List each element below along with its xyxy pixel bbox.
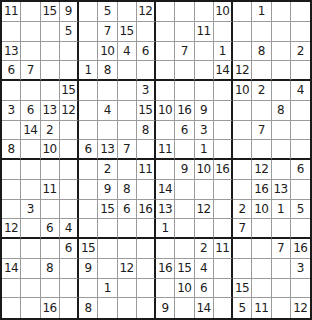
cell-r4c16[interactable] xyxy=(291,61,310,81)
cell-r15c10: 10 xyxy=(175,279,194,299)
cell-r1c12: 10 xyxy=(214,2,233,22)
cell-r1c1: 11 xyxy=(2,2,21,22)
cell-r5c5[interactable] xyxy=(79,81,98,101)
cell-r13c12: 11 xyxy=(214,239,233,259)
cell-r15c1[interactable] xyxy=(2,279,21,299)
cell-r9c7[interactable] xyxy=(118,160,137,180)
cell-r4c15[interactable] xyxy=(272,61,291,81)
cell-r10c14: 16 xyxy=(252,180,271,200)
cell-r14c16: 3 xyxy=(291,259,310,279)
cell-r13c9[interactable] xyxy=(156,239,175,259)
cell-r11c13: 2 xyxy=(233,200,252,220)
cell-r1c13[interactable] xyxy=(233,2,252,22)
cell-r8c5: 6 xyxy=(79,140,98,160)
cell-r11c2: 3 xyxy=(21,200,40,220)
cell-r5c6[interactable] xyxy=(98,81,117,101)
cell-r11c14: 10 xyxy=(252,200,271,220)
cell-r6c11: 9 xyxy=(195,101,214,121)
cell-r2c3[interactable] xyxy=(41,22,60,42)
cell-r4c11[interactable] xyxy=(195,61,214,81)
cell-r6c10: 16 xyxy=(175,101,194,121)
cell-r15c7[interactable] xyxy=(118,279,137,299)
cell-r16c12[interactable] xyxy=(214,298,233,318)
cell-r1c2[interactable] xyxy=(21,2,40,22)
cell-r8c6: 13 xyxy=(98,140,117,160)
cell-r4c4[interactable] xyxy=(60,61,79,81)
cell-r11c6: 15 xyxy=(98,200,117,220)
cell-r9c14: 12 xyxy=(252,160,271,180)
cell-r14c3: 8 xyxy=(41,259,60,279)
cell-r9c11: 10 xyxy=(195,160,214,180)
cell-r15c12[interactable] xyxy=(214,279,233,299)
cell-r10c12[interactable] xyxy=(214,180,233,200)
cell-r12c9: 1 xyxy=(156,219,175,239)
cell-r6c12[interactable] xyxy=(214,101,233,121)
cell-r6c2: 6 xyxy=(21,101,40,121)
cell-r11c9: 13 xyxy=(156,200,175,220)
cell-r9c13[interactable] xyxy=(233,160,252,180)
cell-r4c12: 14 xyxy=(214,61,233,81)
cell-r4c8[interactable] xyxy=(137,61,156,81)
cell-r10c11[interactable] xyxy=(195,180,214,200)
cell-r2c10[interactable] xyxy=(175,22,194,42)
cell-r13c6[interactable] xyxy=(98,239,117,259)
cell-r3c9[interactable] xyxy=(156,42,175,62)
cell-r14c2[interactable] xyxy=(21,259,40,279)
cell-r14c7: 12 xyxy=(118,259,137,279)
cell-r12c7[interactable] xyxy=(118,219,137,239)
cell-r8c15[interactable] xyxy=(272,140,291,160)
cell-r7c13[interactable] xyxy=(233,121,252,141)
cell-r1c14: 1 xyxy=(252,2,271,22)
sudoku-board: 1115951210157151113104671826718141215310… xyxy=(0,0,312,320)
cell-r2c2[interactable] xyxy=(21,22,40,42)
cell-r12c13: 7 xyxy=(233,219,252,239)
cell-r1c15[interactable] xyxy=(272,2,291,22)
cell-r5c4: 15 xyxy=(60,81,79,101)
cell-r14c12[interactable] xyxy=(214,259,233,279)
cell-r6c9: 10 xyxy=(156,101,175,121)
cell-r11c11: 12 xyxy=(195,200,214,220)
cell-r3c12: 1 xyxy=(214,42,233,62)
cell-r7c8: 8 xyxy=(137,121,156,141)
cell-r13c7[interactable] xyxy=(118,239,137,259)
cell-r14c8[interactable] xyxy=(137,259,156,279)
cell-r5c2[interactable] xyxy=(21,81,40,101)
cell-r1c16[interactable] xyxy=(291,2,310,22)
cell-r10c3: 11 xyxy=(41,180,60,200)
cell-r2c5[interactable] xyxy=(79,22,98,42)
cell-r8c12[interactable] xyxy=(214,140,233,160)
cell-r5c11[interactable] xyxy=(195,81,214,101)
cell-r8c10[interactable] xyxy=(175,140,194,160)
cell-r13c1[interactable] xyxy=(2,239,21,259)
cell-r16c10[interactable] xyxy=(175,298,194,318)
cell-r11c15: 1 xyxy=(272,200,291,220)
cell-r15c13: 15 xyxy=(233,279,252,299)
cell-r8c8[interactable] xyxy=(137,140,156,160)
cell-r10c1[interactable] xyxy=(2,180,21,200)
cell-r11c8: 16 xyxy=(137,200,156,220)
cell-r8c1: 8 xyxy=(2,140,21,160)
cell-r2c7: 15 xyxy=(118,22,137,42)
cell-r10c7: 8 xyxy=(118,180,137,200)
cell-r3c15[interactable] xyxy=(272,42,291,62)
cell-r4c7[interactable] xyxy=(118,61,137,81)
cell-r9c4[interactable] xyxy=(60,160,79,180)
cell-r14c1: 14 xyxy=(2,259,21,279)
cell-r14c6[interactable] xyxy=(98,259,117,279)
cell-r12c16[interactable] xyxy=(291,219,310,239)
cell-r8c13[interactable] xyxy=(233,140,252,160)
cell-r1c9[interactable] xyxy=(156,2,175,22)
cell-r7c10: 6 xyxy=(175,121,194,141)
cell-r8c2[interactable] xyxy=(21,140,40,160)
cell-r10c16[interactable] xyxy=(291,180,310,200)
cell-r3c8: 6 xyxy=(137,42,156,62)
cell-r13c15: 7 xyxy=(272,239,291,259)
cell-r5c9[interactable] xyxy=(156,81,175,101)
cell-r12c10[interactable] xyxy=(175,219,194,239)
cell-r8c11: 1 xyxy=(195,140,214,160)
cell-r9c10: 9 xyxy=(175,160,194,180)
cell-r13c4: 6 xyxy=(60,239,79,259)
cell-r10c10[interactable] xyxy=(175,180,194,200)
cell-r11c4[interactable] xyxy=(60,200,79,220)
cell-r7c6[interactable] xyxy=(98,121,117,141)
cell-r13c14[interactable] xyxy=(252,239,271,259)
cell-r10c13[interactable] xyxy=(233,180,252,200)
cell-r9c1[interactable] xyxy=(2,160,21,180)
cell-r2c14[interactable] xyxy=(252,22,271,42)
cell-r16c15[interactable] xyxy=(272,298,291,318)
cell-r16c4[interactable] xyxy=(60,298,79,318)
cell-r5c10[interactable] xyxy=(175,81,194,101)
cell-r14c9: 16 xyxy=(156,259,175,279)
cell-r15c14[interactable] xyxy=(252,279,271,299)
cell-r4c1: 6 xyxy=(2,61,21,81)
cell-r2c4: 5 xyxy=(60,22,79,42)
cell-r15c2[interactable] xyxy=(21,279,40,299)
cell-r7c16[interactable] xyxy=(291,121,310,141)
cell-r9c15[interactable] xyxy=(272,160,291,180)
cell-r11c5[interactable] xyxy=(79,200,98,220)
cell-r6c6: 4 xyxy=(98,101,117,121)
cell-r16c6[interactable] xyxy=(98,298,117,318)
cell-r9c16: 6 xyxy=(291,160,310,180)
cell-r3c14: 8 xyxy=(252,42,271,62)
cell-r11c3[interactable] xyxy=(41,200,60,220)
cell-r16c16: 12 xyxy=(291,298,310,318)
cell-r14c10: 15 xyxy=(175,259,194,279)
cell-r6c1: 3 xyxy=(2,101,21,121)
cell-r10c8[interactable] xyxy=(137,180,156,200)
cell-r14c5: 9 xyxy=(79,259,98,279)
cell-r1c6: 5 xyxy=(98,2,117,22)
cell-r14c14[interactable] xyxy=(252,259,271,279)
cell-r8c14[interactable] xyxy=(252,140,271,160)
cell-r14c4[interactable] xyxy=(60,259,79,279)
cell-r10c2[interactable] xyxy=(21,180,40,200)
cell-r6c7[interactable] xyxy=(118,101,137,121)
cell-r11c16: 5 xyxy=(291,200,310,220)
cell-r13c8[interactable] xyxy=(137,239,156,259)
cell-r7c14: 7 xyxy=(252,121,271,141)
cell-r1c7[interactable] xyxy=(118,2,137,22)
cell-r6c3: 13 xyxy=(41,101,60,121)
cell-r16c13: 5 xyxy=(233,298,252,318)
cell-r16c7[interactable] xyxy=(118,298,137,318)
cell-r5c14: 2 xyxy=(252,81,271,101)
cell-r8c16[interactable] xyxy=(291,140,310,160)
cell-r5c1[interactable] xyxy=(2,81,21,101)
cell-r7c12[interactable] xyxy=(214,121,233,141)
cell-r11c7: 6 xyxy=(118,200,137,220)
cell-r7c7[interactable] xyxy=(118,121,137,141)
cell-r9c3[interactable] xyxy=(41,160,60,180)
cell-r11c10[interactable] xyxy=(175,200,194,220)
cell-r3c6: 10 xyxy=(98,42,117,62)
cell-r15c11: 6 xyxy=(195,279,214,299)
cell-r15c3[interactable] xyxy=(41,279,60,299)
cell-r15c9[interactable] xyxy=(156,279,175,299)
cell-r2c16[interactable] xyxy=(291,22,310,42)
cell-r6c5[interactable] xyxy=(79,101,98,121)
cell-r3c2[interactable] xyxy=(21,42,40,62)
cell-r1c11[interactable] xyxy=(195,2,214,22)
cell-r7c9[interactable] xyxy=(156,121,175,141)
cell-r2c9[interactable] xyxy=(156,22,175,42)
cell-r2c12[interactable] xyxy=(214,22,233,42)
cell-r2c8[interactable] xyxy=(137,22,156,42)
cell-r4c9[interactable] xyxy=(156,61,175,81)
cell-r4c10[interactable] xyxy=(175,61,194,81)
cell-r10c4[interactable] xyxy=(60,180,79,200)
cell-r12c1: 12 xyxy=(2,219,21,239)
cell-r1c5[interactable] xyxy=(79,2,98,22)
cell-r3c3[interactable] xyxy=(41,42,60,62)
cell-r9c9[interactable] xyxy=(156,160,175,180)
cell-r15c15[interactable] xyxy=(272,279,291,299)
cell-r2c1[interactable] xyxy=(2,22,21,42)
cell-r12c11[interactable] xyxy=(195,219,214,239)
cell-r3c1: 13 xyxy=(2,42,21,62)
cell-r9c2[interactable] xyxy=(21,160,40,180)
cell-r2c6: 7 xyxy=(98,22,117,42)
cell-r13c16: 16 xyxy=(291,239,310,259)
cell-r12c8[interactable] xyxy=(137,219,156,239)
cell-r16c8[interactable] xyxy=(137,298,156,318)
cell-r6c8: 15 xyxy=(137,101,156,121)
cell-r12c3: 6 xyxy=(41,219,60,239)
cell-r14c15[interactable] xyxy=(272,259,291,279)
cell-r15c16[interactable] xyxy=(291,279,310,299)
cell-r15c5[interactable] xyxy=(79,279,98,299)
cell-r9c6: 2 xyxy=(98,160,117,180)
cell-r12c14[interactable] xyxy=(252,219,271,239)
cell-r1c10[interactable] xyxy=(175,2,194,22)
cell-r12c4: 4 xyxy=(60,219,79,239)
cell-r2c13[interactable] xyxy=(233,22,252,42)
cell-r8c3: 10 xyxy=(41,140,60,160)
cell-r12c2[interactable] xyxy=(21,219,40,239)
cell-r16c11: 14 xyxy=(195,298,214,318)
cell-r5c8: 3 xyxy=(137,81,156,101)
cell-r7c11: 3 xyxy=(195,121,214,141)
cell-r3c5[interactable] xyxy=(79,42,98,62)
cell-r4c2: 7 xyxy=(21,61,40,81)
cell-r11c1[interactable] xyxy=(2,200,21,220)
cell-r3c16: 2 xyxy=(291,42,310,62)
cell-r7c15[interactable] xyxy=(272,121,291,141)
cell-r5c16: 4 xyxy=(291,81,310,101)
cell-r16c3: 16 xyxy=(41,298,60,318)
cell-r16c14: 11 xyxy=(252,298,271,318)
cell-r7c4[interactable] xyxy=(60,121,79,141)
cell-r9c12: 16 xyxy=(214,160,233,180)
cell-r4c5: 1 xyxy=(79,61,98,81)
cell-r15c4[interactable] xyxy=(60,279,79,299)
cell-r13c11: 2 xyxy=(195,239,214,259)
cell-r12c12[interactable] xyxy=(214,219,233,239)
cell-r5c7[interactable] xyxy=(118,81,137,101)
cell-r13c5: 15 xyxy=(79,239,98,259)
cell-r14c13[interactable] xyxy=(233,259,252,279)
cell-r15c6: 1 xyxy=(98,279,117,299)
cell-r5c12[interactable] xyxy=(214,81,233,101)
cell-r6c14[interactable] xyxy=(252,101,271,121)
cell-r13c10[interactable] xyxy=(175,239,194,259)
cell-r9c5[interactable] xyxy=(79,160,98,180)
cell-r7c2: 14 xyxy=(21,121,40,141)
cell-r12c5[interactable] xyxy=(79,219,98,239)
cell-r3c7: 4 xyxy=(118,42,137,62)
cell-r13c2[interactable] xyxy=(21,239,40,259)
cell-r15c8[interactable] xyxy=(137,279,156,299)
cell-r6c13[interactable] xyxy=(233,101,252,121)
cell-r13c3[interactable] xyxy=(41,239,60,259)
cell-r1c8: 12 xyxy=(137,2,156,22)
cell-r6c16[interactable] xyxy=(291,101,310,121)
cell-r16c1[interactable] xyxy=(2,298,21,318)
cell-r7c5[interactable] xyxy=(79,121,98,141)
cell-r12c6[interactable] xyxy=(98,219,117,239)
cell-r10c5[interactable] xyxy=(79,180,98,200)
cell-r4c6: 8 xyxy=(98,61,117,81)
cell-r2c15[interactable] xyxy=(272,22,291,42)
cell-r5c3[interactable] xyxy=(41,81,60,101)
cell-r2c11: 11 xyxy=(195,22,214,42)
cell-r16c2[interactable] xyxy=(21,298,40,318)
cell-r13c13[interactable] xyxy=(233,239,252,259)
cell-r3c13[interactable] xyxy=(233,42,252,62)
cell-r5c15[interactable] xyxy=(272,81,291,101)
cell-r3c11[interactable] xyxy=(195,42,214,62)
cell-r4c13: 12 xyxy=(233,61,252,81)
cell-r7c1[interactable] xyxy=(2,121,21,141)
cell-r1c4: 9 xyxy=(60,2,79,22)
cell-r3c4[interactable] xyxy=(60,42,79,62)
cell-r10c15: 13 xyxy=(272,180,291,200)
cell-r9c8: 11 xyxy=(137,160,156,180)
cell-r6c4: 12 xyxy=(60,101,79,121)
cell-r14c11: 4 xyxy=(195,259,214,279)
cell-r7c3: 2 xyxy=(41,121,60,141)
cell-r6c15: 8 xyxy=(272,101,291,121)
cell-r8c9: 11 xyxy=(156,140,175,160)
cell-r12c15[interactable] xyxy=(272,219,291,239)
cell-r8c4[interactable] xyxy=(60,140,79,160)
cell-r5c13: 10 xyxy=(233,81,252,101)
cell-r1c3: 15 xyxy=(41,2,60,22)
cell-r4c14[interactable] xyxy=(252,61,271,81)
cell-r3c10: 7 xyxy=(175,42,194,62)
cell-r10c6: 9 xyxy=(98,180,117,200)
cell-r16c9: 9 xyxy=(156,298,175,318)
cell-r11c12[interactable] xyxy=(214,200,233,220)
cell-r16c5: 8 xyxy=(79,298,98,318)
cell-r4c3[interactable] xyxy=(41,61,60,81)
cell-r8c7: 7 xyxy=(118,140,137,160)
cell-r10c9: 14 xyxy=(156,180,175,200)
